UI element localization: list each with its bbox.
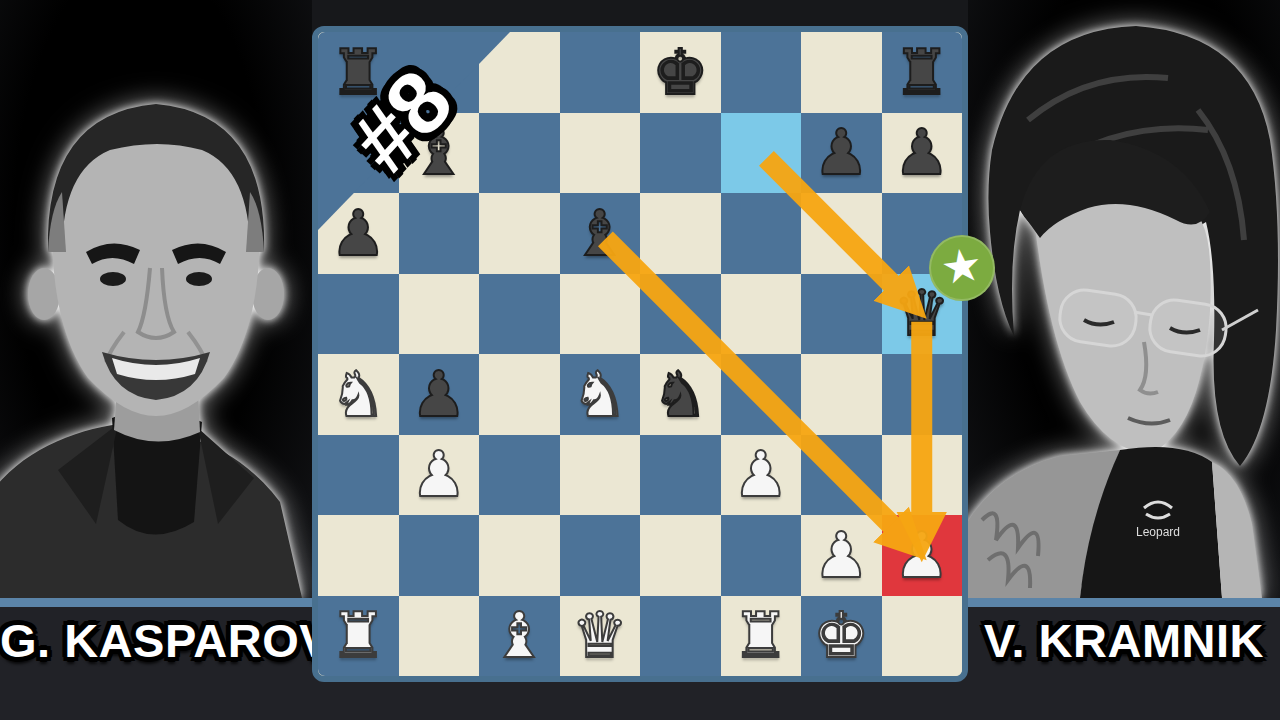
kramnik-photo: Leopard <box>968 0 1280 598</box>
star-icon: ★ <box>938 240 985 291</box>
white-piece-b3[interactable]: ♟ <box>399 435 480 516</box>
kasparov-photo <box>0 0 312 598</box>
white-piece-g1[interactable]: ♚ <box>801 596 882 677</box>
white-piece-a1[interactable]: ♜ <box>318 596 399 677</box>
white-piece-d4[interactable]: ♞ <box>560 354 641 435</box>
chess-board: ♜♚♜♝♟♟♟♝♛♞♟♞♞♟♟♟♟♜♝♛♜♚ #8 <box>312 26 968 682</box>
white-piece-f1[interactable]: ♜ <box>721 596 802 677</box>
black-piece-e4[interactable]: ♞ <box>640 354 721 435</box>
black-piece-g7[interactable]: ♟ <box>801 113 882 194</box>
white-piece-c1[interactable]: ♝ <box>479 596 560 677</box>
black-piece-b4[interactable]: ♟ <box>399 354 480 435</box>
black-piece-h8[interactable]: ♜ <box>882 32 963 113</box>
black-piece-e8[interactable]: ♚ <box>640 32 721 113</box>
black-piece-d6[interactable]: ♝ <box>560 193 641 274</box>
star-badge: ★ <box>929 235 995 301</box>
white-piece-g2[interactable]: ♟ <box>801 515 882 596</box>
player-name-white: G. KASPAROV <box>0 613 312 668</box>
white-piece-h2[interactable]: ♟ <box>882 515 963 596</box>
kasparov-photo-strip <box>0 598 312 607</box>
kramnik-photo-strip <box>968 598 1280 607</box>
leopard-logo-text: Leopard <box>1136 525 1180 539</box>
white-piece-f3[interactable]: ♟ <box>721 435 802 516</box>
white-piece-d1[interactable]: ♛ <box>560 596 641 677</box>
player-name-black: V. KRAMNIK <box>968 613 1280 668</box>
kramnik-portrait: Leopard <box>968 0 1280 598</box>
kasparov-portrait <box>0 0 312 598</box>
white-piece-a4[interactable]: ♞ <box>318 354 399 435</box>
thumbnail-canvas: Leopard G. KASPAROV V. KRAMNIK ♜♚♜♝♟♟♟♝♛… <box>0 0 1280 720</box>
black-piece-h7[interactable]: ♟ <box>882 113 963 194</box>
